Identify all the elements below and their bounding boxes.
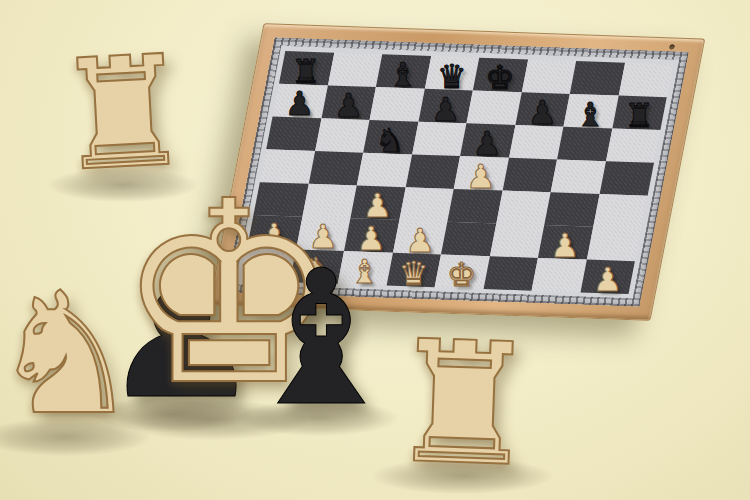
piece-white-pawn[interactable]: ♟ xyxy=(405,224,435,257)
square-f2[interactable] xyxy=(489,223,544,257)
square-e6[interactable]: ♟ xyxy=(460,123,515,157)
square-f6[interactable] xyxy=(509,125,564,159)
square-g2[interactable]: ♟ xyxy=(538,225,593,259)
square-f4[interactable] xyxy=(496,191,551,225)
square-e5[interactable]: ♟ xyxy=(454,156,509,190)
frame-screw-dot xyxy=(669,44,675,49)
piece-white-king[interactable]: ♚ xyxy=(447,258,477,291)
foreground-white-rook-2-icon[interactable]: ♜ xyxy=(385,317,541,490)
piece-white-pawn[interactable]: ♟ xyxy=(593,263,623,296)
piece-white-pawn[interactable]: ♟ xyxy=(466,160,496,193)
square-f7[interactable]: ♟ xyxy=(515,92,570,126)
square-c4[interactable]: ♟ xyxy=(350,186,405,220)
square-h7[interactable]: ♜ xyxy=(612,96,667,130)
square-e1[interactable]: ♚ xyxy=(435,254,490,288)
square-e4[interactable] xyxy=(447,189,502,223)
square-a8[interactable]: ♜ xyxy=(279,51,334,85)
square-c5[interactable] xyxy=(357,153,412,187)
piece-black-knight[interactable]: ♞ xyxy=(376,124,406,157)
square-g6[interactable] xyxy=(557,127,612,161)
piece-black-pawn[interactable]: ♟ xyxy=(473,127,503,160)
square-f8[interactable] xyxy=(521,59,576,93)
piece-black-rook[interactable]: ♜ xyxy=(292,55,322,88)
square-f1[interactable] xyxy=(483,256,538,290)
square-f5[interactable] xyxy=(502,158,557,192)
piece-black-king[interactable]: ♚ xyxy=(485,61,515,94)
square-c8[interactable]: ♝ xyxy=(376,54,431,88)
square-g1[interactable] xyxy=(532,258,587,292)
square-a6[interactable] xyxy=(266,117,321,151)
piece-white-pawn[interactable]: ♟ xyxy=(551,229,581,262)
piece-black-bishop[interactable]: ♝ xyxy=(389,58,419,91)
square-g8[interactable] xyxy=(570,61,625,95)
square-e2[interactable] xyxy=(441,222,496,256)
square-h1[interactable]: ♟ xyxy=(580,260,635,294)
piece-white-pawn[interactable]: ♟ xyxy=(363,189,393,222)
square-b8[interactable] xyxy=(327,53,382,87)
square-c6[interactable]: ♞ xyxy=(363,120,418,154)
square-d4[interactable] xyxy=(399,187,454,221)
square-c7[interactable] xyxy=(370,87,425,121)
square-h4[interactable] xyxy=(593,194,648,228)
square-h2[interactable] xyxy=(586,227,641,261)
square-h8[interactable] xyxy=(618,63,673,97)
piece-black-pawn[interactable]: ♟ xyxy=(334,89,364,122)
square-d5[interactable] xyxy=(405,154,460,188)
square-g4[interactable] xyxy=(544,192,599,226)
piece-black-pawn[interactable]: ♟ xyxy=(285,87,315,120)
square-g7[interactable]: ♝ xyxy=(563,94,618,128)
square-d7[interactable]: ♟ xyxy=(418,89,473,123)
piece-black-bishop[interactable]: ♝ xyxy=(576,98,606,131)
square-b7[interactable]: ♟ xyxy=(321,85,376,119)
square-d8[interactable]: ♛ xyxy=(424,56,479,90)
square-e8[interactable]: ♚ xyxy=(473,58,528,92)
piece-black-rook[interactable]: ♜ xyxy=(625,99,655,132)
piece-black-pawn[interactable]: ♟ xyxy=(431,93,461,126)
square-g5[interactable] xyxy=(551,159,606,193)
photo-backdrop: ♜♝♛♚♟♟♟♟♝♜♞♟♟♟♟♟♟♟♟♜♞♝♛♚♟ ♜ ♞ ♟ ♚ ♝ ♜ xyxy=(0,0,750,500)
piece-black-queen[interactable]: ♛ xyxy=(437,60,467,93)
square-e7[interactable] xyxy=(466,91,521,125)
square-h6[interactable] xyxy=(606,128,661,162)
square-a7[interactable]: ♟ xyxy=(273,84,328,118)
foreground-black-bishop-icon[interactable]: ♝ xyxy=(238,246,405,432)
square-d6[interactable] xyxy=(412,122,467,156)
square-h5[interactable] xyxy=(599,161,654,195)
piece-black-pawn[interactable]: ♟ xyxy=(528,96,558,129)
